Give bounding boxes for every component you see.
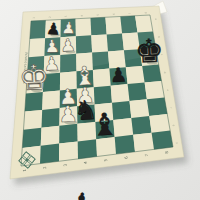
square-6-1[interactable]: [41, 126, 60, 146]
white-pawn[interactable]: ♟: [60, 35, 77, 56]
white-king[interactable]: ♚: [18, 57, 51, 99]
square-5-6[interactable]: [130, 99, 150, 118]
black-pawn[interactable]: ♟: [109, 63, 128, 87]
chess-board[interactable]: 1234567812345678abcdefghWholesale Chess♟…: [0, 0, 200, 200]
board-photo-scene: 1234567812345678abcdefghWholesale Chess♟…: [0, 0, 200, 200]
square-6-6[interactable]: [131, 116, 151, 135]
square-5-7[interactable]: [147, 98, 167, 117]
black-bishop[interactable]: ♝: [90, 106, 119, 142]
square-6-7[interactable]: [149, 114, 170, 133]
square-7-1[interactable]: [40, 144, 59, 164]
square-7-6[interactable]: [133, 133, 154, 152]
black-king[interactable]: ♚: [134, 31, 165, 70]
square-7-7[interactable]: [152, 131, 173, 150]
black-pawn[interactable]: ♟: [70, 188, 92, 200]
square-4-7[interactable]: [145, 81, 165, 99]
square-5-0[interactable]: [24, 110, 43, 130]
square-6-0[interactable]: [22, 128, 41, 148]
square-4-6[interactable]: [128, 83, 147, 101]
square-7-2[interactable]: [59, 141, 78, 161]
